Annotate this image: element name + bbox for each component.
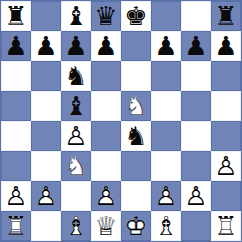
square-e2[interactable] — [121, 181, 151, 211]
square-c8[interactable]: ♝ — [61, 1, 91, 31]
square-c6[interactable]: ♞ — [61, 61, 91, 91]
black-pawn[interactable]: ♟ — [61, 31, 91, 61]
piece-glyph: ♚ — [121, 1, 151, 31]
square-g3[interactable] — [181, 151, 211, 181]
square-f5[interactable] — [151, 91, 181, 121]
square-d8[interactable]: ♛ — [91, 1, 121, 31]
square-h7[interactable]: ♟ — [211, 31, 241, 61]
black-rook[interactable]: ♜ — [1, 1, 31, 31]
square-a2[interactable]: ♟♙ — [1, 181, 31, 211]
square-g7[interactable]: ♟ — [181, 31, 211, 61]
square-d3[interactable] — [91, 151, 121, 181]
piece-glyph: ♟ — [1, 31, 31, 61]
square-d6[interactable] — [91, 61, 121, 91]
square-a5[interactable] — [1, 91, 31, 121]
square-b2[interactable]: ♟♙ — [31, 181, 61, 211]
square-g1[interactable] — [181, 211, 211, 241]
white-rook[interactable]: ♜♖ — [1, 211, 31, 241]
piece-glyph: ♟ — [31, 31, 61, 61]
square-a8[interactable]: ♜ — [1, 1, 31, 31]
piece-outline-glyph: ♙ — [31, 181, 61, 211]
piece-glyph: ♜ — [211, 1, 241, 31]
piece-glyph: ♟ — [211, 31, 241, 61]
square-b1[interactable] — [31, 211, 61, 241]
piece-glyph: ♝ — [61, 1, 91, 31]
piece-outline-glyph: ♖ — [1, 211, 31, 241]
piece-outline-glyph: ♙ — [1, 181, 31, 211]
black-pawn[interactable]: ♟ — [91, 31, 121, 61]
square-e8[interactable]: ♚ — [121, 1, 151, 31]
black-pawn[interactable]: ♟ — [151, 31, 181, 61]
black-bishop[interactable]: ♝ — [61, 91, 91, 121]
square-b3[interactable] — [31, 151, 61, 181]
square-f6[interactable] — [151, 61, 181, 91]
square-g2[interactable]: ♟♙ — [181, 181, 211, 211]
square-a7[interactable]: ♟ — [1, 31, 31, 61]
piece-outline-glyph: ♔ — [121, 211, 151, 241]
white-pawn[interactable]: ♟♙ — [1, 181, 31, 211]
square-f7[interactable]: ♟ — [151, 31, 181, 61]
chess-board: ♜♝♛♚♜♟♟♟♟♟♟♟♞♝♞♘♟♙♞♞♘♟♙♟♙♟♙♟♙♟♙♟♙♜♖♝♗♛♕♚… — [0, 0, 242, 242]
piece-glyph: ♟ — [181, 31, 211, 61]
square-f4[interactable] — [151, 121, 181, 151]
square-f2[interactable]: ♟♙ — [151, 181, 181, 211]
white-queen[interactable]: ♛♕ — [91, 211, 121, 241]
piece-outline-glyph: ♙ — [211, 151, 241, 181]
square-b7[interactable]: ♟ — [31, 31, 61, 61]
black-bishop[interactable]: ♝ — [61, 1, 91, 31]
square-b5[interactable] — [31, 91, 61, 121]
square-c3[interactable]: ♞♘ — [61, 151, 91, 181]
black-pawn[interactable]: ♟ — [31, 31, 61, 61]
square-b6[interactable] — [31, 61, 61, 91]
black-pawn[interactable]: ♟ — [1, 31, 31, 61]
black-rook[interactable]: ♜ — [211, 1, 241, 31]
square-h5[interactable] — [211, 91, 241, 121]
square-d7[interactable]: ♟ — [91, 31, 121, 61]
piece-outline-glyph: ♕ — [91, 211, 121, 241]
square-e3[interactable] — [121, 151, 151, 181]
square-h6[interactable] — [211, 61, 241, 91]
piece-outline-glyph: ♙ — [61, 121, 91, 151]
square-d1[interactable]: ♛♕ — [91, 211, 121, 241]
square-c2[interactable] — [61, 181, 91, 211]
square-d5[interactable] — [91, 91, 121, 121]
piece-glyph: ♛ — [91, 1, 121, 31]
piece-glyph: ♟ — [91, 31, 121, 61]
square-h8[interactable]: ♜ — [211, 1, 241, 31]
piece-outline-glyph: ♖ — [211, 211, 241, 241]
square-f8[interactable] — [151, 1, 181, 31]
white-rook[interactable]: ♜♖ — [211, 211, 241, 241]
square-c1[interactable]: ♝♗ — [61, 211, 91, 241]
piece-glyph: ♞ — [121, 121, 151, 151]
black-knight[interactable]: ♞ — [121, 121, 151, 151]
square-g6[interactable] — [181, 61, 211, 91]
square-d2[interactable]: ♟♙ — [91, 181, 121, 211]
white-pawn[interactable]: ♟♙ — [181, 181, 211, 211]
black-knight[interactable]: ♞ — [61, 61, 91, 91]
square-h2[interactable] — [211, 181, 241, 211]
white-pawn[interactable]: ♟♙ — [91, 181, 121, 211]
white-pawn[interactable]: ♟♙ — [31, 181, 61, 211]
white-pawn[interactable]: ♟♙ — [61, 121, 91, 151]
piece-glyph: ♞ — [61, 61, 91, 91]
square-e7[interactable] — [121, 31, 151, 61]
square-a6[interactable] — [1, 61, 31, 91]
square-b4[interactable] — [31, 121, 61, 151]
black-queen[interactable]: ♛ — [91, 1, 121, 31]
white-bishop[interactable]: ♝♗ — [61, 211, 91, 241]
piece-glyph: ♝ — [61, 91, 91, 121]
white-bishop[interactable]: ♝♗ — [151, 211, 181, 241]
square-e6[interactable] — [121, 61, 151, 91]
square-d4[interactable] — [91, 121, 121, 151]
square-h3[interactable]: ♟♙ — [211, 151, 241, 181]
square-c4[interactable]: ♟♙ — [61, 121, 91, 151]
square-c5[interactable]: ♝ — [61, 91, 91, 121]
piece-glyph: ♟ — [151, 31, 181, 61]
black-pawn[interactable]: ♟ — [181, 31, 211, 61]
square-a3[interactable] — [1, 151, 31, 181]
white-knight[interactable]: ♞♘ — [61, 151, 91, 181]
black-pawn[interactable]: ♟ — [211, 31, 241, 61]
white-king[interactable]: ♚♔ — [121, 211, 151, 241]
piece-outline-glyph: ♙ — [181, 181, 211, 211]
piece-outline-glyph: ♙ — [151, 181, 181, 211]
piece-outline-glyph: ♙ — [91, 181, 121, 211]
white-knight[interactable]: ♞♘ — [121, 91, 151, 121]
piece-glyph: ♟ — [61, 31, 91, 61]
square-e4[interactable]: ♞ — [121, 121, 151, 151]
square-b8[interactable] — [31, 1, 61, 31]
square-g5[interactable] — [181, 91, 211, 121]
square-g4[interactable] — [181, 121, 211, 151]
square-a4[interactable] — [1, 121, 31, 151]
square-g8[interactable] — [181, 1, 211, 31]
square-e5[interactable]: ♞♘ — [121, 91, 151, 121]
piece-outline-glyph: ♗ — [61, 211, 91, 241]
square-h4[interactable] — [211, 121, 241, 151]
square-c7[interactable]: ♟ — [61, 31, 91, 61]
square-f1[interactable]: ♝♗ — [151, 211, 181, 241]
square-e1[interactable]: ♚♔ — [121, 211, 151, 241]
piece-outline-glyph: ♘ — [121, 91, 151, 121]
square-f3[interactable] — [151, 151, 181, 181]
piece-glyph: ♜ — [1, 1, 31, 31]
piece-outline-glyph: ♗ — [151, 211, 181, 241]
square-h1[interactable]: ♜♖ — [211, 211, 241, 241]
black-king[interactable]: ♚ — [121, 1, 151, 31]
square-a1[interactable]: ♜♖ — [1, 211, 31, 241]
white-pawn[interactable]: ♟♙ — [151, 181, 181, 211]
piece-outline-glyph: ♘ — [61, 151, 91, 181]
white-pawn[interactable]: ♟♙ — [211, 151, 241, 181]
